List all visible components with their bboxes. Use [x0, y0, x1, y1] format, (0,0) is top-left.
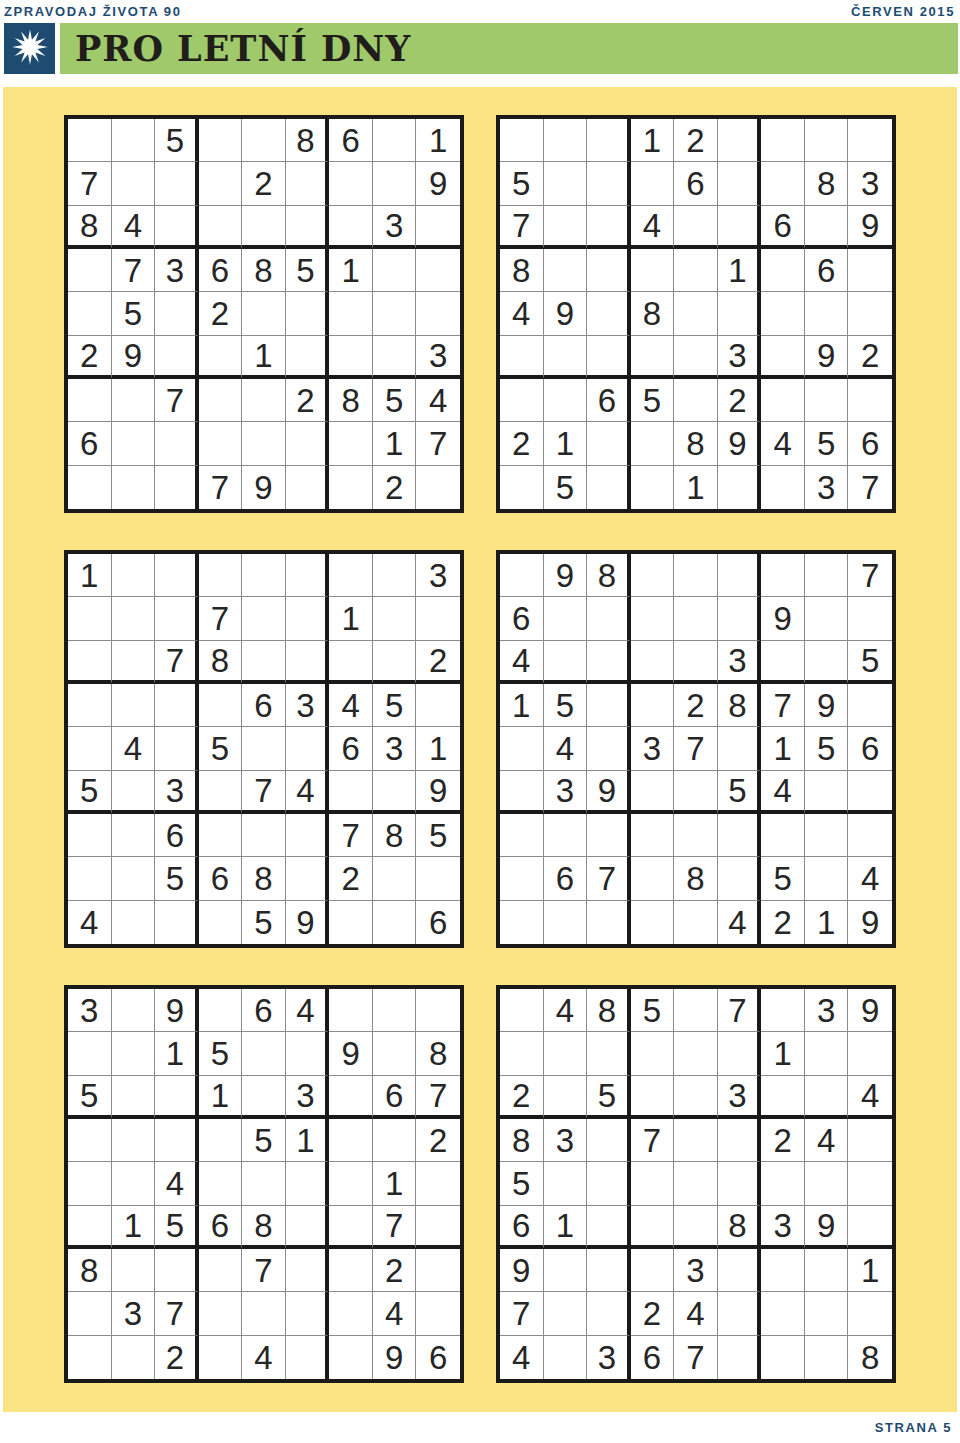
sudoku-cell: 7 — [718, 989, 762, 1032]
newsletter-page: ZPRAVODAJ ŽIVOTA 90 ČERVEN 2015 PRO LETN… — [0, 0, 960, 1443]
sudoku-cell — [500, 1032, 544, 1075]
sudoku-cell: 1 — [329, 597, 373, 640]
sudoku-cell — [155, 466, 199, 509]
sudoku-cell — [500, 336, 544, 379]
sudoku-cell — [587, 597, 631, 640]
sudoku-cell — [718, 1336, 762, 1379]
sudoku-cell — [848, 684, 892, 727]
sudoku-cell — [718, 292, 762, 335]
sudoku-cell — [155, 422, 199, 465]
sudoku-cell: 4 — [761, 771, 805, 814]
sudoku-cell: 9 — [761, 597, 805, 640]
sudoku-cell: 2 — [373, 1249, 417, 1292]
sudoku-cell — [286, 1206, 330, 1249]
sudoku-cell — [587, 292, 631, 335]
sudoku-cell — [329, 641, 373, 684]
sudoku-cell — [631, 1076, 675, 1119]
page-footer: STRANA 5 — [875, 1420, 952, 1435]
sudoku-cell — [329, 422, 373, 465]
sudoku-cell: 6 — [242, 989, 286, 1032]
logo-square — [4, 23, 55, 74]
sudoku-cell — [848, 771, 892, 814]
sudoku-cell — [674, 989, 718, 1032]
sudoku-cell — [286, 597, 330, 640]
sudoku-cell: 6 — [848, 727, 892, 770]
sudoku-cell — [416, 1162, 460, 1205]
sudoku-cell — [761, 641, 805, 684]
sudoku-cell — [761, 554, 805, 597]
sudoku-cell: 1 — [112, 1206, 156, 1249]
sudoku-cell: 3 — [718, 336, 762, 379]
sudoku-cell — [112, 597, 156, 640]
sudoku-cell — [199, 162, 243, 205]
sudoku-cell: 4 — [416, 379, 460, 422]
sudoku-cell: 9 — [373, 1336, 417, 1379]
sudoku-cell — [587, 1119, 631, 1162]
sudoku-cell — [544, 1249, 588, 1292]
sudoku-cell: 3 — [805, 989, 849, 1032]
sudoku-cell — [500, 901, 544, 944]
sudoku-cell — [329, 1249, 373, 1292]
sudoku-cell — [329, 901, 373, 944]
sudoku-cell: 4 — [761, 422, 805, 465]
sudoku-cell — [68, 1206, 112, 1249]
sudoku-cell — [544, 1032, 588, 1075]
sudoku-cell — [587, 1206, 631, 1249]
sudoku-cell: 4 — [631, 206, 675, 249]
sudoku-cell: 5 — [416, 814, 460, 857]
sudoku-cell: 4 — [544, 989, 588, 1032]
sudoku-cell: 3 — [544, 771, 588, 814]
sudoku-cell — [329, 206, 373, 249]
sudoku-cell: 2 — [199, 292, 243, 335]
sudoku-cell — [199, 206, 243, 249]
sudoku-cell: 1 — [155, 1032, 199, 1075]
sudoku-cell — [373, 901, 417, 944]
sudoku-cell: 1 — [674, 466, 718, 509]
sudoku-cell — [631, 684, 675, 727]
sudoku-cell — [199, 1162, 243, 1205]
sudoku-cell: 5 — [112, 292, 156, 335]
sudoku-cell: 7 — [674, 727, 718, 770]
sudoku-cell — [373, 554, 417, 597]
sudoku-cell — [112, 379, 156, 422]
sudoku-cell — [674, 1032, 718, 1075]
sudoku-cell — [155, 597, 199, 640]
sudoku-cell: 2 — [155, 1336, 199, 1379]
sudoku-cell: 7 — [761, 684, 805, 727]
sudoku-cell — [112, 1162, 156, 1205]
sudoku-cell: 3 — [587, 1336, 631, 1379]
sudoku-cell: 3 — [112, 1292, 156, 1335]
sudoku-cell: 4 — [286, 989, 330, 1032]
sudoku-cell — [761, 1336, 805, 1379]
sudoku-cell: 8 — [373, 814, 417, 857]
sudoku-cell — [329, 771, 373, 814]
sudoku-cell — [631, 814, 675, 857]
sudoku-cell — [286, 1162, 330, 1205]
sudoku-cell — [631, 771, 675, 814]
sudoku-cell — [112, 466, 156, 509]
sudoku-cell: 6 — [587, 379, 631, 422]
sudoku-cell: 6 — [674, 162, 718, 205]
sudoku-cell: 5 — [155, 119, 199, 162]
sudoku-cell — [718, 1162, 762, 1205]
sudoku-cell: 4 — [500, 292, 544, 335]
sudoku-cell: 1 — [329, 249, 373, 292]
sudoku-cell: 4 — [848, 1076, 892, 1119]
sudoku-grid-3: 137178263454563153749678556824596 — [64, 550, 464, 948]
sudoku-cell — [674, 1206, 718, 1249]
sudoku-cell — [674, 771, 718, 814]
sudoku-cell: 6 — [500, 597, 544, 640]
sudoku-cell — [155, 727, 199, 770]
sudoku-cell — [155, 1249, 199, 1292]
sudoku-cell: 7 — [500, 1292, 544, 1335]
sudoku-cell: 6 — [761, 206, 805, 249]
sudoku-cell: 9 — [805, 1206, 849, 1249]
sudoku-cell: 4 — [329, 684, 373, 727]
sudoku-cell — [718, 1292, 762, 1335]
sudoku-cell — [286, 1336, 330, 1379]
sudoku-cell — [544, 336, 588, 379]
sudoku-cell: 9 — [805, 336, 849, 379]
sudoku-cell — [199, 1249, 243, 1292]
sudoku-cell: 5 — [544, 684, 588, 727]
sudoku-cell — [544, 249, 588, 292]
sudoku-cell: 8 — [286, 119, 330, 162]
sudoku-cell: 1 — [544, 1206, 588, 1249]
sudoku-cell — [286, 1292, 330, 1335]
sudoku-cell: 1 — [848, 1249, 892, 1292]
sudoku-cell — [286, 641, 330, 684]
sudoku-cell — [242, 119, 286, 162]
sudoku-cell — [805, 1032, 849, 1075]
sudoku-cell — [199, 771, 243, 814]
sudoku-cell — [848, 379, 892, 422]
sudoku-cell: 6 — [329, 119, 373, 162]
sudoku-cell — [68, 857, 112, 900]
sudoku-cell — [68, 1119, 112, 1162]
sudoku-cell — [112, 641, 156, 684]
sudoku-cell: 1 — [373, 1162, 417, 1205]
sudoku-cell — [761, 466, 805, 509]
sudoku-cell: 7 — [242, 1249, 286, 1292]
sudoku-cell: 8 — [416, 1032, 460, 1075]
sudoku-cell — [242, 814, 286, 857]
sudoku-cell: 4 — [242, 1336, 286, 1379]
sudoku-cell — [587, 162, 631, 205]
sudoku-cell — [544, 901, 588, 944]
sudoku-cell: 9 — [416, 162, 460, 205]
sudoku-cell: 7 — [416, 422, 460, 465]
sudoku-cell: 5 — [155, 857, 199, 900]
sudoku-grid-6: 485739125348372456183993172443678 — [496, 985, 896, 1383]
sudoku-cell: 6 — [373, 1076, 417, 1119]
sudoku-cell: 5 — [373, 379, 417, 422]
sudoku-cell: 5 — [631, 989, 675, 1032]
sudoku-cell: 5 — [544, 466, 588, 509]
sudoku-cell: 8 — [242, 1206, 286, 1249]
sudoku-cell: 6 — [416, 1336, 460, 1379]
sudoku-cell: 5 — [68, 771, 112, 814]
sudoku-cell — [199, 119, 243, 162]
sudoku-cell — [416, 249, 460, 292]
sudoku-cell — [329, 1336, 373, 1379]
sudoku-cell: 9 — [286, 901, 330, 944]
sudoku-cell — [718, 1249, 762, 1292]
sudoku-cell — [761, 249, 805, 292]
sudoku-cell: 1 — [718, 249, 762, 292]
sudoku-cell: 5 — [805, 727, 849, 770]
sudoku-cell — [587, 206, 631, 249]
sudoku-cell — [199, 814, 243, 857]
sudoku-cell: 2 — [718, 379, 762, 422]
sudoku-cell — [286, 554, 330, 597]
sudoku-cell — [68, 727, 112, 770]
sudoku-cell — [674, 597, 718, 640]
sudoku-cell — [805, 857, 849, 900]
sudoku-cell — [848, 119, 892, 162]
sudoku-cell: 4 — [805, 1119, 849, 1162]
sudoku-cell: 6 — [199, 249, 243, 292]
sudoku-cell — [242, 597, 286, 640]
sudoku-cell — [329, 336, 373, 379]
sudoku-cell — [848, 814, 892, 857]
sudoku-cell — [199, 554, 243, 597]
sudoku-cell: 3 — [286, 684, 330, 727]
sudoku-cell — [155, 292, 199, 335]
sudoku-cell — [587, 814, 631, 857]
sudoku-cell: 2 — [242, 162, 286, 205]
sudoku-cell — [242, 1162, 286, 1205]
sudoku-cell — [500, 771, 544, 814]
sudoku-cell — [373, 292, 417, 335]
sudoku-cell — [112, 771, 156, 814]
sudoku-cell: 4 — [500, 641, 544, 684]
sudoku-cell — [674, 206, 718, 249]
sudoku-cell: 4 — [112, 206, 156, 249]
sudoku-cell — [68, 292, 112, 335]
sudoku-cell — [805, 379, 849, 422]
sudoku-cell — [761, 119, 805, 162]
sudoku-cell — [416, 857, 460, 900]
sudoku-cell — [761, 379, 805, 422]
sudoku-cell — [500, 554, 544, 597]
sudoku-cell: 4 — [373, 1292, 417, 1335]
sudoku-cell — [373, 989, 417, 1032]
sudoku-cell — [329, 1076, 373, 1119]
sudoku-cell — [805, 554, 849, 597]
sudoku-cell: 3 — [544, 1119, 588, 1162]
sudoku-cell — [718, 727, 762, 770]
sudoku-cell: 4 — [500, 1336, 544, 1379]
sudoku-cell: 1 — [761, 727, 805, 770]
sudoku-cell: 1 — [373, 422, 417, 465]
sudoku-cell: 9 — [544, 554, 588, 597]
sudoku-cell — [718, 814, 762, 857]
sudoku-cell — [848, 1206, 892, 1249]
sudoku-cell — [631, 857, 675, 900]
sudoku-cell: 8 — [587, 554, 631, 597]
sudoku-cell — [242, 206, 286, 249]
sudoku-cell: 2 — [848, 336, 892, 379]
sudoku-cell: 2 — [329, 857, 373, 900]
sudoku-cell — [848, 1292, 892, 1335]
sudoku-cell — [674, 554, 718, 597]
sudoku-cell — [112, 989, 156, 1032]
sudoku-cell — [587, 1032, 631, 1075]
sudoku-cell: 5 — [242, 901, 286, 944]
sudoku-cell — [587, 466, 631, 509]
sudoku-cell — [199, 901, 243, 944]
sudoku-cell: 5 — [587, 1076, 631, 1119]
sudoku-cell: 5 — [286, 249, 330, 292]
sudoku-cell — [500, 119, 544, 162]
sudoku-cell — [805, 1076, 849, 1119]
sudoku-cell — [500, 379, 544, 422]
sudoku-cell — [674, 249, 718, 292]
sudoku-cell — [718, 466, 762, 509]
sudoku-cell — [112, 1032, 156, 1075]
sudoku-cell — [718, 162, 762, 205]
sudoku-cell — [416, 466, 460, 509]
sudoku-cell — [373, 641, 417, 684]
sudoku-cell: 4 — [286, 771, 330, 814]
sudoku-cell: 3 — [416, 554, 460, 597]
sudoku-cell — [544, 641, 588, 684]
sudoku-cell: 2 — [500, 422, 544, 465]
sudoku-cell: 7 — [199, 466, 243, 509]
sudoku-cell — [718, 597, 762, 640]
sudoku-cell — [631, 336, 675, 379]
sudoku-cell — [286, 162, 330, 205]
sudoku-cell — [631, 901, 675, 944]
sudoku-cell: 1 — [761, 1032, 805, 1075]
sudoku-cell: 6 — [155, 814, 199, 857]
starburst-icon — [8, 25, 52, 73]
sudoku-cell — [155, 901, 199, 944]
sudoku-cell: 1 — [416, 119, 460, 162]
sudoku-grid-5: 396415985136751241156878723742496 — [64, 985, 464, 1383]
sudoku-cell — [373, 249, 417, 292]
sudoku-cell: 3 — [373, 206, 417, 249]
sudoku-cell — [631, 597, 675, 640]
sudoku-cell: 9 — [587, 771, 631, 814]
sudoku-cell — [416, 684, 460, 727]
sudoku-cell — [112, 119, 156, 162]
sudoku-cell: 2 — [674, 684, 718, 727]
sudoku-grid-4: 987694351528794371563954678544219 — [496, 550, 896, 948]
sudoku-cell — [112, 1119, 156, 1162]
sudoku-cell — [242, 292, 286, 335]
sudoku-cell: 7 — [631, 1119, 675, 1162]
sudoku-cell — [761, 292, 805, 335]
sudoku-cell — [805, 1292, 849, 1335]
sudoku-cell: 6 — [500, 1206, 544, 1249]
sudoku-cell — [848, 597, 892, 640]
sudoku-cell — [848, 292, 892, 335]
sudoku-cell — [416, 292, 460, 335]
sudoku-puzzle-area: 586172984373685152291372854617792 125683… — [3, 87, 957, 1412]
sudoku-cell: 9 — [329, 1032, 373, 1075]
sudoku-cell — [286, 814, 330, 857]
sudoku-cell — [848, 1162, 892, 1205]
sudoku-cell — [805, 1162, 849, 1205]
sudoku-cell: 3 — [674, 1249, 718, 1292]
sudoku-cell — [500, 466, 544, 509]
sudoku-cell — [544, 379, 588, 422]
sudoku-cell: 7 — [155, 641, 199, 684]
sudoku-cell — [805, 641, 849, 684]
sudoku-cell — [329, 292, 373, 335]
sudoku-cell: 5 — [718, 771, 762, 814]
sudoku-cell: 2 — [68, 336, 112, 379]
sudoku-cell — [112, 684, 156, 727]
sudoku-cell — [805, 1336, 849, 1379]
sudoku-cell — [286, 336, 330, 379]
sudoku-cell — [112, 814, 156, 857]
sudoku-cell — [242, 422, 286, 465]
sudoku-cell — [631, 466, 675, 509]
sudoku-cell — [286, 1032, 330, 1075]
sudoku-cell — [68, 597, 112, 640]
sudoku-cell: 5 — [805, 422, 849, 465]
sudoku-cell: 8 — [68, 206, 112, 249]
sudoku-cell — [631, 1032, 675, 1075]
sudoku-cell — [329, 1119, 373, 1162]
sudoku-cell — [373, 1032, 417, 1075]
sudoku-cell: 2 — [416, 641, 460, 684]
sudoku-cell: 6 — [416, 901, 460, 944]
sudoku-cell: 8 — [500, 1119, 544, 1162]
sudoku-cell: 9 — [416, 771, 460, 814]
sudoku-cell: 9 — [848, 901, 892, 944]
sudoku-cell — [68, 379, 112, 422]
sudoku-cell — [761, 1162, 805, 1205]
sudoku-cell — [500, 989, 544, 1032]
sudoku-cell — [544, 1076, 588, 1119]
sudoku-cell: 6 — [631, 1336, 675, 1379]
sudoku-cell — [286, 466, 330, 509]
sudoku-cell: 3 — [718, 641, 762, 684]
sudoku-cell: 7 — [587, 857, 631, 900]
sudoku-cell — [587, 727, 631, 770]
sudoku-cell — [68, 1162, 112, 1205]
sudoku-cell — [500, 814, 544, 857]
sudoku-cell — [805, 1249, 849, 1292]
sudoku-cell — [373, 1119, 417, 1162]
sudoku-cell: 3 — [631, 727, 675, 770]
sudoku-cell — [587, 422, 631, 465]
sudoku-cell — [674, 1076, 718, 1119]
sudoku-cell: 3 — [286, 1076, 330, 1119]
sudoku-cell — [631, 1206, 675, 1249]
sudoku-cell — [674, 379, 718, 422]
sudoku-cell — [416, 1249, 460, 1292]
sudoku-cell: 5 — [199, 1032, 243, 1075]
sudoku-cell: 9 — [242, 466, 286, 509]
sudoku-cell — [761, 814, 805, 857]
issue-date: ČERVEN 2015 — [851, 4, 955, 19]
sudoku-cell: 7 — [674, 1336, 718, 1379]
sudoku-cell — [416, 206, 460, 249]
sudoku-cell: 5 — [199, 727, 243, 770]
sudoku-cell: 2 — [286, 379, 330, 422]
sudoku-cell — [761, 162, 805, 205]
sudoku-cell: 3 — [373, 727, 417, 770]
sudoku-cell: 6 — [68, 422, 112, 465]
